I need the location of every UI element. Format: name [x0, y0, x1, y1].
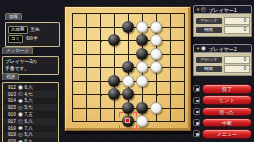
move-coord: 5,七 [25, 105, 33, 110]
button-row: 待った [193, 107, 252, 117]
player-name: プレイヤー2 [208, 46, 236, 52]
black-stone [108, 75, 120, 87]
kifu-row[interactable]: 0206,九 [4, 138, 57, 142]
move-stone-icon [18, 106, 23, 111]
last-move-bracket [132, 125, 137, 130]
kifu-tab: 棋譜 [2, 73, 19, 80]
white-stone [122, 75, 134, 87]
go-board[interactable] [64, 6, 191, 131]
triangle-icon: ▼ [196, 7, 200, 12]
white-stone [136, 21, 148, 33]
suspend-button[interactable]: 中断 [202, 118, 252, 128]
player-stat-row: 時間0 [196, 65, 250, 73]
kifu-panel: 棋譜 0126,六0134,七0145,六0155,七0167,五0176,八0… [2, 64, 59, 142]
button-hint-chip [193, 97, 200, 104]
white-stone-icon [201, 46, 206, 51]
button-row: 中断 [193, 118, 252, 128]
black-stone-icon [201, 7, 206, 12]
last-move-marker [125, 118, 130, 123]
move-coord: 5,六 [25, 98, 33, 103]
kifu-row[interactable]: 0176,八 [4, 118, 57, 125]
hoshi-point [100, 40, 102, 42]
stat-value: 0 [224, 17, 250, 25]
player-panel-1: ▼プレイヤー1アゲハマ0時間0 [193, 5, 252, 37]
white-stone [136, 75, 148, 87]
player-stat-row: アゲハマ0 [196, 17, 250, 25]
move-stone-icon [18, 92, 23, 97]
white-stone [136, 115, 148, 127]
move-stone-icon [18, 85, 23, 90]
stat-value: 0 [224, 56, 250, 64]
kifu-list[interactable]: 0126,六0134,七0145,六0155,七0167,五0176,八0187… [2, 82, 59, 142]
hoshi-point [100, 94, 102, 96]
kifu-row[interactable]: 0167,五 [4, 111, 57, 118]
grid-line-v [170, 13, 171, 122]
move-coord: 7,八 [25, 126, 33, 131]
black-stone [122, 88, 134, 100]
grid-line-v [184, 13, 185, 122]
button-hint-chip [193, 108, 200, 115]
rule-badge: 九路盤 [8, 26, 28, 34]
black-stone [122, 21, 134, 33]
move-stone-icon [18, 112, 23, 117]
hint-button[interactable]: ヒント [202, 95, 252, 105]
black-stone [136, 48, 148, 60]
move-number: 018 [4, 126, 16, 131]
message-tab: メッセージ [2, 47, 33, 54]
hoshi-point [156, 94, 158, 96]
black-stone [136, 34, 148, 46]
move-coord: 4,七 [25, 92, 33, 97]
player-header: ▼プレイヤー2 [193, 44, 252, 53]
player-name: プレイヤー1 [208, 7, 236, 13]
move-stone-icon [18, 126, 23, 131]
move-coord: 6,八 [25, 119, 33, 124]
player-stats: アゲハマ0時間0 [193, 14, 252, 37]
move-number: 019 [4, 132, 16, 137]
kifu-row[interactable]: 0195,八 [4, 132, 57, 139]
button-hint-chip [193, 85, 200, 92]
white-stone [150, 102, 162, 114]
triangle-icon: ▼ [196, 46, 200, 51]
move-coord: 7,五 [25, 112, 33, 117]
button-row: メニュー [193, 129, 252, 139]
button-hint-chip [193, 119, 200, 126]
black-stone [122, 61, 134, 73]
move-number: 014 [4, 98, 16, 103]
action-buttons: 投了ヒント待った中断メニュー [193, 84, 252, 140]
undo-button[interactable]: 待った [202, 107, 252, 117]
white-stone [150, 21, 162, 33]
stat-label: アゲハマ [196, 57, 222, 63]
resign-button[interactable]: 投了 [202, 84, 252, 94]
kifu-row[interactable]: 0126,六 [4, 84, 57, 91]
stat-value: 0 [224, 65, 250, 73]
stat-value: 0 [224, 26, 250, 34]
move-stone-icon [18, 99, 23, 104]
last-move-bracket [132, 112, 137, 117]
black-stone [108, 34, 120, 46]
white-stone [150, 61, 162, 73]
player-panel-2: ▼プレイヤー2アゲハマ0時間0 [193, 44, 252, 76]
player-header: ▼プレイヤー1 [193, 5, 252, 14]
move-number: 012 [4, 85, 16, 90]
move-stone-icon [18, 140, 23, 142]
button-hint-chip [193, 130, 200, 137]
black-stone [136, 102, 148, 114]
move-number: 017 [4, 119, 16, 124]
stat-label: 時間 [196, 27, 222, 33]
last-move-bracket [119, 112, 124, 117]
kifu-row[interactable]: 0145,六 [4, 98, 57, 105]
move-number: 013 [4, 92, 16, 97]
button-row: ヒント [193, 95, 252, 105]
stat-label: アゲハマ [196, 18, 222, 24]
move-number: 020 [4, 139, 16, 142]
move-coord: 6,六 [25, 85, 33, 90]
last-move-bracket [119, 125, 124, 130]
kifu-row[interactable]: 0155,七 [4, 104, 57, 111]
move-number: 016 [4, 112, 16, 117]
info-tab: 情報 [5, 13, 22, 20]
black-stone [108, 88, 120, 100]
button-row: 投了 [193, 84, 252, 94]
kifu-row[interactable]: 0187,八 [4, 125, 57, 132]
player-stat-row: 時間0 [196, 26, 250, 34]
white-stone [150, 34, 162, 46]
move-coord: 6,九 [25, 139, 33, 142]
white-stone [136, 61, 148, 73]
move-stone-icon [18, 133, 23, 138]
rule-value: 互先 [31, 27, 40, 33]
kifu-row[interactable]: 0134,七 [4, 91, 57, 98]
white-stone [150, 48, 162, 60]
move-coord: 5,八 [25, 132, 33, 137]
game-screen: 情報 九路盤 互先 コミ 6目半 メッセージ プレイヤー2の 手番です。 棋譜 … [0, 0, 254, 142]
move-number: 015 [4, 105, 16, 110]
player-stats: アゲハマ0時間0 [193, 53, 252, 76]
stat-label: 時間 [196, 66, 222, 72]
move-stone-icon [18, 119, 23, 124]
menu-button[interactable]: メニュー [202, 129, 252, 139]
player-stat-row: アゲハマ0 [196, 56, 250, 64]
